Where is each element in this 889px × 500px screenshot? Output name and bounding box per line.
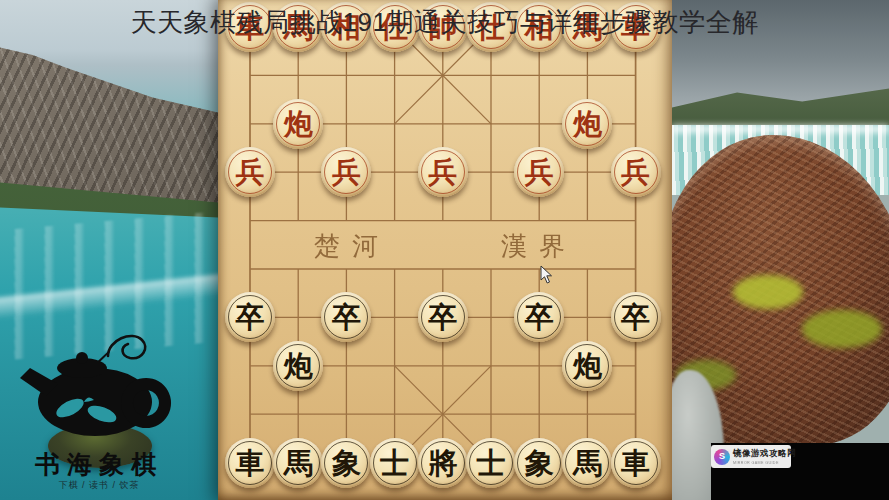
piece-glyph: 卒 (428, 302, 457, 332)
screenshot-root: 书海象棋 下棋 / 读书 / 饮茶 楚河 漢界 車馬相仕帥仕相馬車炮炮兵兵兵兵兵… (0, 0, 889, 500)
watermark-text: 镜像游戏攻略网 MIRROR GAME GUIDE (733, 448, 788, 465)
piece-black-soldier[interactable]: 卒 (611, 292, 661, 342)
piece-black-elephant[interactable]: 象 (321, 438, 371, 488)
piece-black-general[interactable]: 將 (418, 438, 468, 488)
piece-glyph: 將 (428, 448, 457, 478)
teapot-icon (12, 328, 172, 458)
piece-black-cannon[interactable]: 炮 (273, 341, 323, 391)
piece-glyph: 車 (236, 448, 265, 478)
pieces-layer: 車馬相仕帥仕相馬車炮炮兵兵兵兵兵卒卒卒卒卒炮炮車馬象士將士象馬車 (218, 0, 672, 500)
watermark-subtitle: MIRROR GAME GUIDE (733, 460, 784, 465)
piece-glyph: 象 (525, 448, 554, 478)
piece-black-chariot[interactable]: 車 (611, 438, 661, 488)
piece-glyph: 炮 (284, 351, 313, 381)
piece-glyph: 車 (621, 448, 650, 478)
piece-glyph: 炮 (573, 351, 602, 381)
piece-glyph: 卒 (621, 302, 650, 332)
piece-black-horse[interactable]: 馬 (562, 438, 612, 488)
piece-red-soldier[interactable]: 兵 (514, 147, 564, 197)
piece-glyph: 兵 (525, 157, 554, 187)
piece-black-soldier[interactable]: 卒 (321, 292, 371, 342)
piece-glyph: 士 (477, 448, 506, 478)
background-photo-right (672, 0, 889, 500)
background-photo-left: 书海象棋 下棋 / 读书 / 饮茶 (0, 0, 218, 500)
piece-red-cannon[interactable]: 炮 (562, 99, 612, 149)
piece-black-soldier[interactable]: 卒 (514, 292, 564, 342)
piece-glyph: 兵 (428, 157, 457, 187)
mouse-cursor-icon (540, 265, 554, 285)
piece-red-soldier[interactable]: 兵 (611, 147, 661, 197)
piece-black-advisor[interactable]: 士 (370, 438, 420, 488)
piece-black-chariot[interactable]: 車 (225, 438, 275, 488)
brand-tagline: 下棋 / 读书 / 饮茶 (14, 479, 184, 492)
piece-black-elephant[interactable]: 象 (514, 438, 564, 488)
piece-glyph: 卒 (332, 302, 361, 332)
piece-glyph: 炮 (573, 109, 602, 139)
piece-black-horse[interactable]: 馬 (273, 438, 323, 488)
piece-red-cannon[interactable]: 炮 (273, 99, 323, 149)
piece-black-advisor[interactable]: 士 (466, 438, 516, 488)
piece-glyph: 兵 (236, 157, 265, 187)
piece-glyph: 卒 (525, 302, 554, 332)
piece-glyph: 兵 (332, 157, 361, 187)
page-title: 天天象棋残局挑战191期通关技巧与详细步骤教学全解 (0, 5, 889, 40)
moss-patch (802, 310, 882, 348)
piece-glyph: 士 (380, 448, 409, 478)
moss-patch (733, 275, 803, 309)
piece-glyph: 象 (332, 448, 361, 478)
piece-black-soldier[interactable]: 卒 (225, 292, 275, 342)
piece-black-cannon[interactable]: 炮 (562, 341, 612, 391)
piece-black-soldier[interactable]: 卒 (418, 292, 468, 342)
piece-glyph: 卒 (236, 302, 265, 332)
xiangqi-board[interactable]: 楚河 漢界 車馬相仕帥仕相馬車炮炮兵兵兵兵兵卒卒卒卒卒炮炮車馬象士將士象馬車 (218, 0, 672, 500)
piece-glyph: 馬 (284, 448, 313, 478)
piece-red-soldier[interactable]: 兵 (225, 147, 275, 197)
piece-glyph: 馬 (573, 448, 602, 478)
piece-glyph: 兵 (621, 157, 650, 187)
gradient-swirl-icon: S (714, 449, 730, 465)
brand-name: 书海象棋 (14, 448, 184, 481)
watermark-site-name: 镜像游戏攻略网 (733, 448, 788, 460)
piece-glyph: 炮 (284, 109, 313, 139)
piece-red-soldier[interactable]: 兵 (321, 147, 371, 197)
watermark-card: S 镜像游戏攻略网 MIRROR GAME GUIDE (711, 445, 791, 468)
piece-red-soldier[interactable]: 兵 (418, 147, 468, 197)
